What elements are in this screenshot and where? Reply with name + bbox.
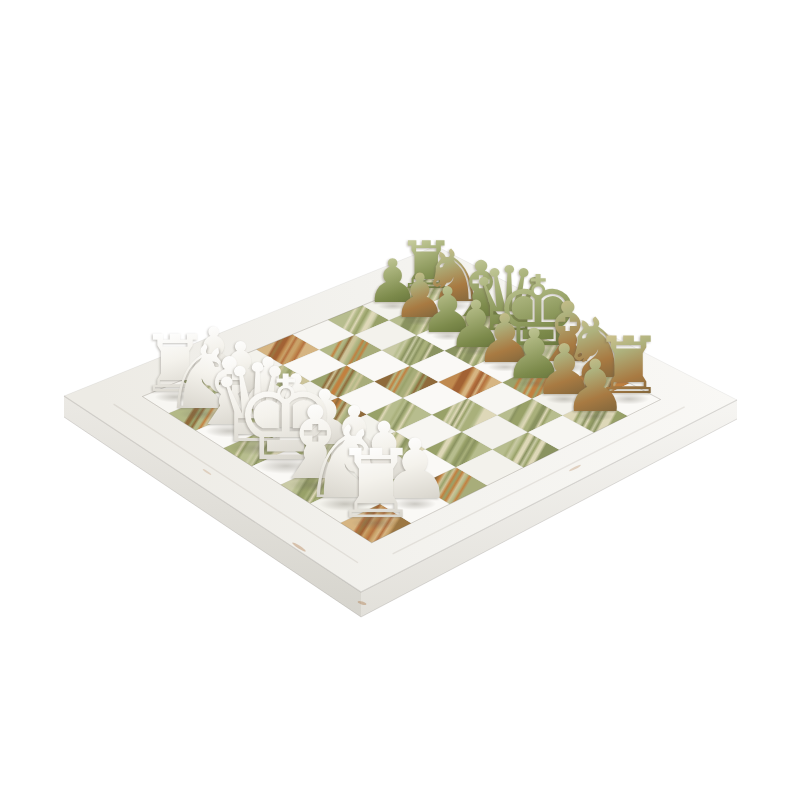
chess-set-product-photo: ♜♞♝♛♚♝♞♜♟♟♟♟♟♟♟♟♟♟♟♟♟♟♟♟♜♞♝♛♚♝♞♜ <box>0 0 800 800</box>
marble-chess-board <box>0 0 800 800</box>
